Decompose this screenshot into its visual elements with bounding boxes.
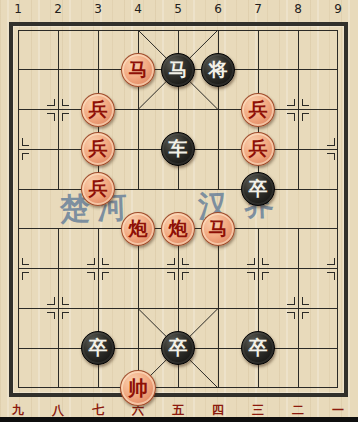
bottom-coordinate-label: 四 <box>207 403 229 417</box>
top-coordinate-label: 6 <box>207 2 229 16</box>
top-coordinate-label: 8 <box>287 2 309 16</box>
top-coordinate-label: 7 <box>247 2 269 16</box>
bottom-coordinate-label: 二 <box>287 403 309 417</box>
piece-black-horse[interactable]: 马 <box>161 53 195 87</box>
bottom-coordinate-label: 八 <box>47 403 69 417</box>
top-coordinate-label: 9 <box>327 2 349 16</box>
bottom-coordinate-label: 九 <box>7 403 29 417</box>
bottom-coordinate-label: 一 <box>327 403 349 417</box>
piece-red-horse[interactable]: 马 <box>201 212 235 246</box>
piece-red-soldier[interactable]: 兵 <box>81 172 115 206</box>
top-coordinate-label: 2 <box>47 2 69 16</box>
piece-red-cannon[interactable]: 炮 <box>121 212 155 246</box>
xiangqi-board-app: 123456789 楚河 汉界 马马将兵兵兵车兵兵卒炮炮马卒卒卒帅 九八七六五四… <box>0 0 358 422</box>
top-coordinate-label: 4 <box>127 2 149 16</box>
piece-black-soldier[interactable]: 卒 <box>81 331 115 365</box>
piece-red-horse[interactable]: 马 <box>121 53 155 87</box>
top-coordinate-label: 1 <box>7 2 29 16</box>
top-coordinate-label: 5 <box>167 2 189 16</box>
piece-black-soldier[interactable]: 卒 <box>241 172 275 206</box>
bottom-coordinate-label: 七 <box>87 403 109 417</box>
piece-black-soldier[interactable]: 卒 <box>161 331 195 365</box>
piece-red-cannon[interactable]: 炮 <box>161 212 195 246</box>
bottom-coordinate-label: 五 <box>167 403 189 417</box>
piece-black-soldier[interactable]: 卒 <box>241 331 275 365</box>
top-coordinate-label: 3 <box>87 2 109 16</box>
bottom-coordinate-label: 三 <box>247 403 269 417</box>
bottom-border-strip <box>0 417 358 422</box>
piece-red-general[interactable]: 帅 <box>120 370 156 406</box>
piece-black-general[interactable]: 将 <box>201 53 235 87</box>
piece-red-soldier[interactable]: 兵 <box>81 93 115 127</box>
piece-red-soldier[interactable]: 兵 <box>241 93 275 127</box>
